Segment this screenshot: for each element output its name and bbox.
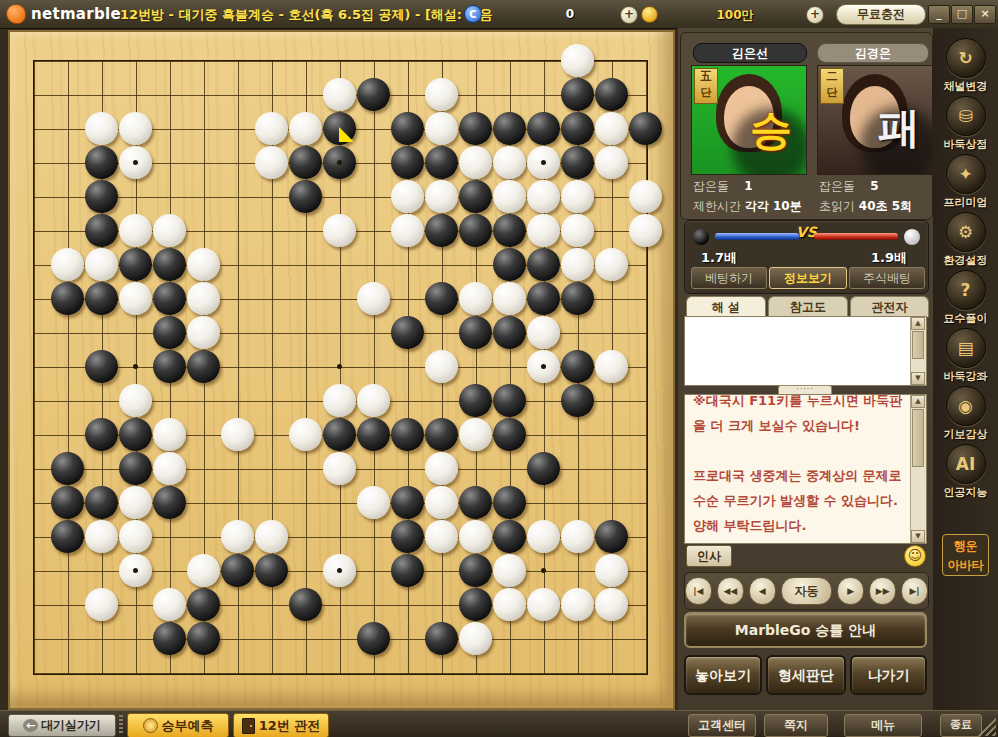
white-stone (425, 78, 458, 111)
white-stone (459, 282, 492, 315)
white-stone (527, 588, 560, 621)
black-player-name: 김은선 (693, 43, 807, 63)
black-stone (561, 146, 594, 179)
black-stone (561, 78, 594, 111)
betting-panel: VS 1.7배 1.9배 베팅하기 정보보기 주식배팅 (684, 220, 929, 294)
black-stone (493, 486, 526, 519)
white-stone (527, 520, 560, 553)
white-stone (391, 180, 424, 213)
white-stone (561, 520, 594, 553)
white-stone (187, 554, 220, 587)
left-arrow-icon: ← (23, 719, 38, 732)
fast-back-button[interactable]: ◀◀ (717, 577, 744, 605)
sidebar: ↻채널변경⛁바둑상점✦프리미엄⚙환경설정?묘수풀이▤바둑강좌◉기보감상AI인공지… (933, 28, 998, 710)
white-stone (459, 146, 492, 179)
free-charge-button[interactable]: 무료충전 (836, 4, 926, 25)
black-stone (187, 622, 220, 655)
white-stone (187, 282, 220, 315)
notice-text: ※대국시 F11키를 누르시면 바둑판을 더 크게 보실수 있습니다! 프로대국… (693, 394, 906, 538)
scroll-up-icon[interactable]: ▲ (911, 317, 925, 330)
last-move-button[interactable]: ▶| (901, 577, 928, 605)
white-stone (323, 384, 356, 417)
star-point (541, 160, 546, 165)
result-loss-label: 패 (878, 100, 920, 156)
sidebar-item-label: 프리미엄 (933, 195, 998, 210)
netmarble-mascot-icon (6, 4, 26, 24)
black-stone (153, 282, 186, 315)
white-stone (595, 146, 628, 179)
black-stone (493, 316, 526, 349)
bottom-bar: ←대기실가기 승부예측 12번 관전 고객센터 쪽지 메뉴 종료 (0, 710, 998, 737)
star-point (337, 568, 342, 573)
white-stone (119, 214, 152, 247)
black-stone (459, 554, 492, 587)
white-stone (459, 418, 492, 451)
black-stone (425, 146, 458, 179)
white-stone (595, 248, 628, 281)
sidebar-item-label: 인공지능 (933, 485, 998, 500)
message-button[interactable]: 쪽지 (764, 714, 828, 737)
scroll-thumb[interactable] (912, 409, 924, 467)
black-stone (459, 316, 492, 349)
coin-icon (143, 718, 158, 733)
white-stone (493, 146, 526, 179)
black-stone (459, 112, 492, 145)
shop-cart-icon: ⛁ (946, 96, 986, 136)
white-stone (221, 418, 254, 451)
players-box: 김은선 김경은 승 五단 패 二단 잡은돌 1 잡은돌 5 (680, 32, 933, 220)
black-stone (85, 418, 118, 451)
black-stone (527, 452, 560, 485)
black-stone (289, 180, 322, 213)
black-stone (425, 282, 458, 315)
estimate-button[interactable]: 형세판단 (766, 655, 846, 695)
sidebar-item-프리미엄[interactable]: ✦프리미엄 (933, 152, 998, 210)
white-stone (595, 112, 628, 145)
scroll-up-icon[interactable]: ▲ (911, 395, 925, 408)
logo-text: netmarble (31, 5, 121, 23)
lobby-button[interactable]: ←대기실가기 (8, 714, 116, 737)
black-stone (51, 282, 84, 315)
first-move-button[interactable]: |◀ (685, 577, 712, 605)
kifu-board-icon: ◉ (946, 386, 986, 426)
stock-bet-button[interactable]: 주식배팅 (849, 267, 925, 289)
emoticon-button[interactable]: ☺ (904, 545, 926, 567)
white-stone (119, 520, 152, 553)
black-stone (629, 112, 662, 145)
result-win-label: 승 (750, 102, 792, 158)
black-stone (459, 214, 492, 247)
white-stone (527, 316, 560, 349)
scroll-down-icon[interactable]: ▼ (911, 530, 925, 543)
black-stone (425, 622, 458, 655)
back-button[interactable]: ◀ (749, 577, 776, 605)
premium-icon: ✦ (946, 154, 986, 194)
star-point (541, 364, 546, 369)
white-stone (561, 44, 594, 77)
room-title: 12번방 - 대기중 흑불계승 - 호선(흑 6.5집 공제) - [해설: 없… (120, 6, 493, 24)
white-stone (289, 418, 322, 451)
black-stone (425, 214, 458, 247)
white-stone (595, 588, 628, 621)
black-stone (391, 112, 424, 145)
white-stone (323, 78, 356, 111)
black-captures: 잡은돌 1 (693, 178, 813, 195)
go-board[interactable] (8, 30, 675, 710)
black-stone (187, 588, 220, 621)
sidebar-item-label: 기보감상 (933, 427, 998, 442)
black-stone (493, 248, 526, 281)
black-stone (391, 554, 424, 587)
sidebar-item-묘수풀이[interactable]: ?묘수풀이 (933, 268, 998, 326)
white-stone (221, 520, 254, 553)
door-icon (242, 718, 255, 734)
white-stone (425, 350, 458, 383)
white-stone (595, 554, 628, 587)
white-odds: 1.9배 (871, 249, 907, 267)
coin-balance: 100만 (700, 7, 770, 24)
star-point (133, 364, 138, 369)
white-stone (493, 554, 526, 587)
watch-room-button[interactable]: 12번 관전 (233, 713, 329, 737)
white-stone (493, 180, 526, 213)
white-stone (187, 316, 220, 349)
black-stone (85, 214, 118, 247)
exit-button[interactable]: 종료 (940, 714, 982, 737)
black-stone (357, 78, 390, 111)
white-stone (119, 282, 152, 315)
forward-button[interactable]: ▶ (837, 577, 864, 605)
lucky-avatar-button[interactable]: 행운 아바타 (942, 534, 989, 576)
auto-play-button[interactable]: 자동 (781, 577, 833, 605)
sidebar-item-바둑강좌[interactable]: ▤바둑강좌 (933, 326, 998, 384)
black-stone (119, 418, 152, 451)
maximize-button[interactable]: □ (951, 5, 973, 24)
cash-balance: 0 (540, 7, 600, 21)
sidebar-item-바둑상점[interactable]: ⛁바둑상점 (933, 94, 998, 152)
black-stone (153, 316, 186, 349)
black-stone (391, 486, 424, 519)
white-stone (153, 214, 186, 247)
black-stone (493, 418, 526, 451)
white-stone (187, 248, 220, 281)
star-point (133, 160, 138, 165)
white-stone (357, 282, 390, 315)
black-stone (561, 112, 594, 145)
separator (119, 715, 123, 734)
commentary-pane: ▲ ▼ (684, 316, 927, 386)
scroll-down-icon[interactable]: ▼ (911, 372, 925, 385)
add-cash-button[interactable]: + (620, 6, 638, 24)
black-stone (391, 418, 424, 451)
white-bet-bar (814, 233, 898, 240)
white-stone (459, 622, 492, 655)
black-stone (493, 520, 526, 553)
black-stone (51, 452, 84, 485)
tab-spectators[interactable]: 관전자 (850, 296, 929, 317)
black-stone (459, 384, 492, 417)
star-point (337, 160, 342, 165)
sidebar-item-label: 바둑상점 (933, 137, 998, 152)
black-stone (85, 146, 118, 179)
white-stone (561, 214, 594, 247)
white-stone (85, 112, 118, 145)
white-stone (561, 180, 594, 213)
add-coin-button[interactable]: + (806, 6, 824, 24)
minimize-button[interactable]: _ (928, 5, 950, 24)
star-point (541, 568, 546, 573)
white-stone (85, 520, 118, 553)
sidebar-item-label: 묘수풀이 (933, 311, 998, 326)
white-stone (357, 384, 390, 417)
white-stone (425, 452, 458, 485)
channel-change-icon: ↻ (946, 38, 986, 78)
gold-coin-icon (641, 6, 658, 23)
white-captures: 잡은돌 5 (819, 178, 939, 195)
black-stone (153, 350, 186, 383)
greet-button[interactable]: 인사 (686, 545, 732, 567)
black-stone (391, 316, 424, 349)
predict-button[interactable]: 승부예측 (127, 713, 229, 737)
white-rank-badge: 二단 (820, 68, 844, 104)
black-stone (357, 622, 390, 655)
black-stone-icon (693, 229, 709, 245)
black-stone (85, 350, 118, 383)
black-stone (51, 486, 84, 519)
try-moves-button[interactable]: 놓아보기 (684, 655, 762, 695)
black-stone (119, 452, 152, 485)
white-stone (51, 248, 84, 281)
sidebar-item-label: 환경설정 (933, 253, 998, 268)
white-stone (255, 146, 288, 179)
info-button[interactable]: 정보보기 (769, 267, 847, 289)
problem-question-icon: ? (946, 270, 986, 310)
black-stone (459, 180, 492, 213)
black-stone (85, 282, 118, 315)
black-stone (391, 520, 424, 553)
ai-icon: AI (946, 444, 986, 484)
scrollbar[interactable]: ▲ ▼ (910, 395, 926, 543)
settings-gear-icon: ⚙ (946, 212, 986, 252)
sidebar-item-인공지능[interactable]: AI인공지능 (933, 442, 998, 500)
game-info-panel: 김은선 김경은 승 五단 패 二단 잡은돌 1 잡은돌 5 (678, 28, 933, 710)
leave-button[interactable]: 나가기 (850, 655, 927, 695)
black-stone (595, 520, 628, 553)
white-stone (289, 112, 322, 145)
white-stone (153, 452, 186, 485)
white-stone (561, 248, 594, 281)
black-stone (323, 418, 356, 451)
black-stone (493, 214, 526, 247)
white-stone (323, 452, 356, 485)
white-stone-icon (904, 229, 920, 245)
white-stone (425, 486, 458, 519)
white-stone (527, 214, 560, 247)
black-stone (561, 384, 594, 417)
tab-commentary[interactable]: 해 설 (686, 296, 766, 317)
scroll-thumb[interactable] (912, 331, 924, 359)
white-stone (119, 384, 152, 417)
white-stone (459, 520, 492, 553)
white-stone (255, 112, 288, 145)
black-stone (391, 146, 424, 179)
black-rank-badge: 五단 (694, 68, 718, 104)
black-bet-bar (715, 233, 799, 240)
white-stone (153, 588, 186, 621)
white-stone (85, 248, 118, 281)
black-stone (561, 282, 594, 315)
menu-button[interactable]: 메뉴 (844, 714, 922, 737)
white-stone (425, 180, 458, 213)
black-stone (527, 282, 560, 315)
white-player-name: 김경은 (817, 43, 929, 63)
white-stone (323, 214, 356, 247)
black-stone (221, 554, 254, 587)
black-stone (153, 248, 186, 281)
star-point (133, 568, 138, 573)
black-stone (527, 248, 560, 281)
netmarble-logo: netmarble (6, 4, 121, 24)
chat-input-row: 인사 ☺ (678, 545, 933, 569)
black-stone (527, 112, 560, 145)
white-stone (561, 588, 594, 621)
sidebar-item-label: 바둑강좌 (933, 369, 998, 384)
black-odds: 1.7배 (701, 249, 737, 267)
app-window: netmarble 12번방 - 대기중 흑불계승 - 호선(흑 6.5집 공제… (0, 0, 998, 737)
black-stone (153, 486, 186, 519)
bet-button[interactable]: 베팅하기 (691, 267, 767, 289)
support-button[interactable]: 고객센터 (688, 714, 756, 737)
lecture-book-icon: ▤ (946, 328, 986, 368)
white-stone (119, 486, 152, 519)
black-stone (493, 112, 526, 145)
sidebar-item-기보감상[interactable]: ◉기보감상 (933, 384, 998, 442)
notice-pane: ※대국시 F11키를 누르시면 바둑판을 더 크게 보실수 있습니다! 프로대국… (684, 394, 927, 544)
black-stone (119, 248, 152, 281)
title-bar: netmarble 12번방 - 대기중 흑불계승 - 호선(흑 6.5집 공제… (0, 0, 998, 29)
black-stone (561, 350, 594, 383)
black-stone (459, 486, 492, 519)
black-stone (493, 384, 526, 417)
black-stone (85, 486, 118, 519)
white-stone (493, 588, 526, 621)
white-stone (425, 112, 458, 145)
black-stone (153, 622, 186, 655)
white-stone (493, 282, 526, 315)
marblego-banner-button[interactable]: MarbleGo 승률 안내 (684, 612, 927, 648)
close-button[interactable]: × (974, 5, 996, 24)
black-stone (595, 78, 628, 111)
white-stone (595, 350, 628, 383)
time-limit: 제한시간 각각 10분 (693, 198, 813, 215)
black-stone (187, 350, 220, 383)
black-stone (51, 520, 84, 553)
fast-forward-button[interactable]: ▶▶ (869, 577, 896, 605)
white-stone (629, 180, 662, 213)
playback-controls: |◀◀◀◀자동▶▶▶▶| (684, 572, 929, 610)
sidebar-item-label: 채널변경 (933, 79, 998, 94)
sidebar-item-채널변경[interactable]: ↻채널변경 (933, 36, 998, 94)
white-stone (85, 588, 118, 621)
white-stone (629, 214, 662, 247)
white-player-photo: 패 二단 (817, 65, 933, 175)
commentary-badge-icon: C (464, 5, 482, 23)
white-stone (391, 214, 424, 247)
white-stone (153, 418, 186, 451)
black-stone (289, 146, 322, 179)
scrollbar[interactable]: ▲ ▼ (910, 317, 926, 385)
black-stone (255, 554, 288, 587)
white-stone (527, 180, 560, 213)
black-stone (357, 418, 390, 451)
white-stone (119, 112, 152, 145)
black-player-photo: 승 五단 (691, 65, 807, 175)
white-stone (425, 520, 458, 553)
white-stone (255, 520, 288, 553)
black-stone (85, 180, 118, 213)
tab-reference[interactable]: 참고도 (768, 296, 848, 317)
byoyomi: 초읽기 40초 5회 (819, 198, 939, 215)
white-stone (357, 486, 390, 519)
black-stone (425, 418, 458, 451)
black-stone (289, 588, 322, 621)
star-point (337, 364, 342, 369)
sidebar-item-환경설정[interactable]: ⚙환경설정 (933, 210, 998, 268)
black-stone (459, 588, 492, 621)
